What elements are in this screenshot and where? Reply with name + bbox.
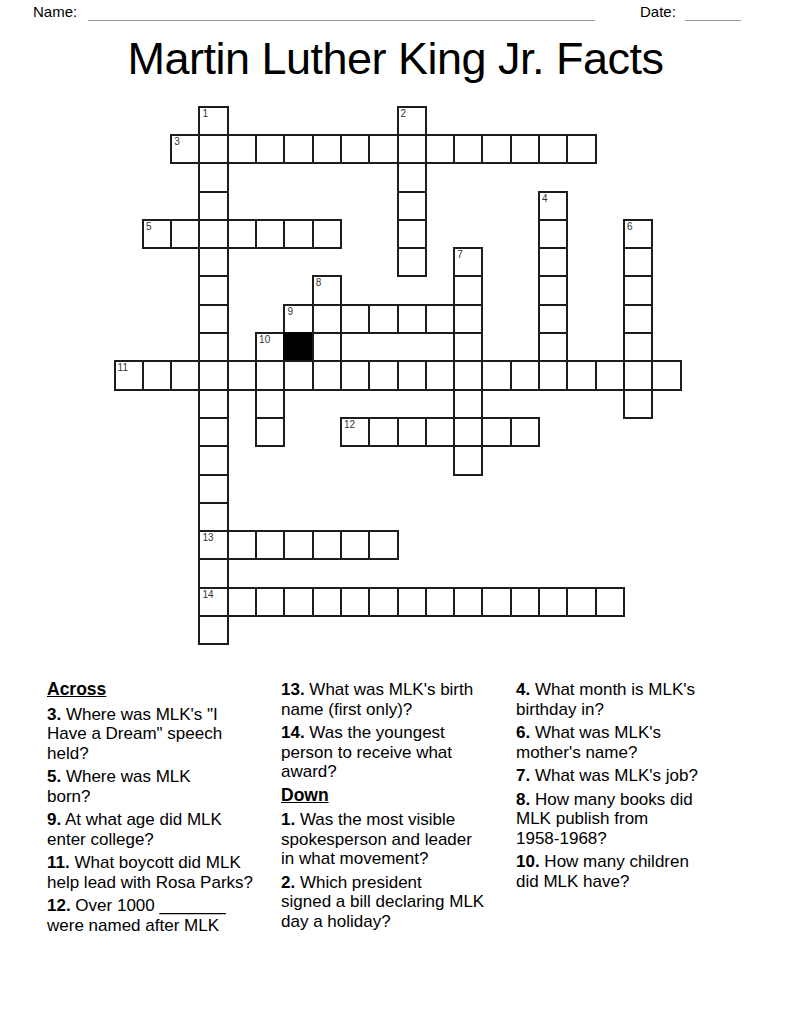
clue-10: 10. How many children did MLK have? — [516, 852, 748, 891]
grid-cell[interactable] — [255, 219, 285, 249]
grid-cell[interactable] — [566, 134, 596, 164]
clue-8: 8. How many books did MLK publish from 1… — [516, 790, 748, 849]
grid-cell[interactable] — [255, 134, 285, 164]
clue-3-number: 3. — [47, 705, 61, 724]
clue-12: 12. Over 1000 _______ were named after M… — [47, 896, 279, 935]
grid-cell[interactable] — [623, 304, 653, 334]
grid-cell[interactable] — [312, 360, 342, 390]
clue-4-number: 4. — [516, 680, 530, 699]
grid-cell[interactable] — [198, 275, 228, 305]
grid-cell[interactable] — [623, 360, 653, 390]
clue-7-number: 7. — [516, 766, 530, 785]
grid-cell[interactable] — [340, 530, 370, 560]
grid-cell[interactable] — [198, 162, 228, 192]
grid-cell[interactable] — [425, 134, 455, 164]
grid-cell[interactable] — [283, 587, 313, 617]
clue-5-number: 5. — [47, 767, 61, 786]
grid-cell[interactable] — [170, 360, 200, 390]
grid-cell[interactable] — [255, 360, 285, 390]
grid-cell[interactable] — [283, 219, 313, 249]
grid-cell[interactable] — [368, 530, 398, 560]
clue-8-number: 8. — [516, 790, 530, 809]
grid-cell[interactable] — [142, 360, 172, 390]
grid-cell[interactable] — [170, 219, 200, 249]
grid-cell[interactable] — [397, 360, 427, 390]
grid-cell[interactable] — [340, 304, 370, 334]
clue-12-number: 12. — [47, 896, 71, 915]
grid-cell[interactable] — [368, 304, 398, 334]
grid-cell[interactable] — [198, 389, 228, 419]
grid-cell[interactable]: 3 — [170, 134, 200, 164]
grid-cell[interactable] — [397, 162, 427, 192]
clue-number: 11 — [118, 362, 128, 373]
grid-cell[interactable] — [397, 247, 427, 277]
grid-cell[interactable] — [481, 587, 511, 617]
grid-cell[interactable] — [283, 134, 313, 164]
grid-cell[interactable] — [623, 332, 653, 362]
grid-cell[interactable] — [198, 134, 228, 164]
grid-cell[interactable] — [397, 219, 427, 249]
clue-number: 2 — [401, 108, 407, 119]
grid-cell[interactable]: 8 — [312, 275, 342, 305]
clue-number: 9 — [287, 306, 293, 317]
grid-cell[interactable] — [255, 389, 285, 419]
grid-cell[interactable] — [510, 587, 540, 617]
grid-cell[interactable] — [425, 304, 455, 334]
grid-cell[interactable] — [538, 360, 568, 390]
across-header: Across — [47, 680, 279, 700]
grid-cell[interactable] — [198, 304, 228, 334]
grid-cell[interactable] — [538, 247, 568, 277]
grid-cell[interactable] — [227, 587, 257, 617]
grid-cell[interactable] — [397, 134, 427, 164]
grid-cell[interactable] — [198, 360, 228, 390]
grid-cell[interactable] — [255, 587, 285, 617]
grid-cell[interactable]: 7 — [453, 247, 483, 277]
grid-cell[interactable] — [397, 304, 427, 334]
clue-10-number: 10. — [516, 852, 540, 871]
grid-cell[interactable] — [453, 417, 483, 447]
grid-cell[interactable] — [198, 332, 228, 362]
grid-cell[interactable]: 4 — [538, 191, 568, 221]
clue-number: 12 — [344, 419, 355, 430]
grid-cell[interactable] — [340, 134, 370, 164]
grid-cell[interactable]: 2 — [397, 106, 427, 136]
clue-4: 4. What month is MLK's birthday in? — [516, 680, 748, 719]
grid-cell[interactable]: 6 — [623, 219, 653, 249]
grid-cell[interactable] — [425, 417, 455, 447]
grid-cell[interactable] — [481, 134, 511, 164]
crossword-grid: 1234567891011121314 — [114, 106, 682, 646]
grid-cell[interactable] — [397, 417, 427, 447]
grid-cell[interactable] — [198, 247, 228, 277]
grid-cell[interactable] — [453, 445, 483, 475]
clue-number: 7 — [457, 249, 463, 260]
grid-cell[interactable] — [312, 587, 342, 617]
grid-cell[interactable] — [453, 587, 483, 617]
grid-cell[interactable] — [595, 587, 625, 617]
grid-cell[interactable] — [623, 389, 653, 419]
grid-cell[interactable] — [227, 134, 257, 164]
grid-cell[interactable] — [538, 304, 568, 334]
grid-cell[interactable] — [453, 332, 483, 362]
page-title: Martin Luther King Jr. Facts — [0, 33, 791, 85]
grid-cell[interactable] — [340, 360, 370, 390]
down-header: Down — [281, 786, 513, 806]
name-label: Name: — [33, 3, 77, 20]
clue-number: 8 — [316, 277, 322, 288]
grid-cell[interactable]: 10 — [255, 332, 285, 362]
grid-cell[interactable] — [312, 134, 342, 164]
grid-cell[interactable] — [538, 587, 568, 617]
grid-cell[interactable] — [538, 134, 568, 164]
grid-cell[interactable] — [481, 360, 511, 390]
grid-cell[interactable] — [623, 247, 653, 277]
grid-cell[interactable] — [425, 360, 455, 390]
clue-column-3: 4. What month is MLK's birthday in?6. Wh… — [516, 680, 748, 895]
grid-cell[interactable] — [283, 530, 313, 560]
grid-cell[interactable] — [312, 530, 342, 560]
grid-cell[interactable]: 12 — [340, 417, 370, 447]
grid-cell[interactable] — [453, 134, 483, 164]
grid-cell[interactable] — [566, 360, 596, 390]
grid-cell[interactable] — [566, 587, 596, 617]
grid-cell[interactable] — [623, 275, 653, 305]
clue-11-number: 11. — [47, 853, 70, 872]
grid-cell[interactable] — [510, 134, 540, 164]
grid-cell[interactable]: 5 — [142, 219, 172, 249]
grid-cell[interactable] — [227, 219, 257, 249]
grid-cell[interactable] — [198, 502, 228, 532]
grid-cell[interactable] — [425, 587, 455, 617]
clue-14: 14. Was the youngest person to receive w… — [281, 723, 513, 782]
grid-cell[interactable] — [312, 219, 342, 249]
clue-column-2: 13. What was MLK's birth name (first onl… — [281, 680, 513, 935]
grid-cell[interactable] — [538, 219, 568, 249]
clue-1-number: 1. — [281, 810, 295, 829]
grid-cell[interactable] — [198, 558, 228, 588]
grid-cell[interactable] — [340, 587, 370, 617]
clue-number: 1 — [202, 108, 208, 119]
grid-cell[interactable] — [453, 389, 483, 419]
grid-cell[interactable] — [227, 360, 257, 390]
grid-cell[interactable] — [397, 587, 427, 617]
grid-cell[interactable] — [312, 332, 342, 362]
grid-cell[interactable] — [255, 417, 285, 447]
clue-2-number: 2. — [281, 873, 295, 892]
clue-number: 4 — [542, 193, 548, 204]
grid-cell[interactable] — [368, 417, 398, 447]
grid-cell[interactable] — [312, 304, 342, 334]
grid-cell[interactable] — [538, 332, 568, 362]
clue-number: 13 — [202, 532, 213, 543]
clue-2: 2. Which president signed a bill declari… — [281, 873, 513, 932]
date-label: Date: — [640, 3, 676, 20]
grid-cell[interactable] — [198, 191, 228, 221]
grid-cell[interactable] — [255, 530, 285, 560]
grid-cell[interactable] — [198, 417, 228, 447]
grid-cell[interactable] — [510, 417, 540, 447]
grid-cell[interactable] — [397, 191, 427, 221]
grid-cell[interactable] — [283, 360, 313, 390]
grid-cell[interactable] — [368, 360, 398, 390]
grid-cell[interactable] — [227, 530, 257, 560]
grid-cell[interactable]: 11 — [114, 360, 144, 390]
clue-5: 5. Where was MLK born? — [47, 767, 279, 806]
clue-number: 6 — [627, 221, 633, 232]
clue-number: 3 — [174, 136, 180, 147]
clue-11: 11. What boycott did MLK help lead with … — [47, 853, 279, 892]
clue-13-number: 13. — [281, 680, 305, 699]
clue-9-number: 9. — [47, 810, 61, 829]
grid-cell[interactable] — [651, 360, 681, 390]
grid-cell[interactable] — [198, 615, 228, 645]
clue-6: 6. What was MLK's mother's name? — [516, 723, 748, 762]
date-line — [685, 20, 741, 21]
clue-3: 3. Where was MLK's "I Have a Dream" spee… — [47, 705, 279, 764]
clue-9: 9. At what age did MLK enter college? — [47, 810, 279, 849]
clue-1: 1. Was the most visible spokesperson and… — [281, 810, 513, 869]
clue-number: 5 — [146, 221, 152, 232]
name-line — [88, 20, 595, 21]
grid-cell[interactable] — [198, 219, 228, 249]
grid-cell[interactable]: 1 — [198, 106, 228, 136]
grid-cell[interactable] — [481, 417, 511, 447]
grid-cell[interactable] — [595, 360, 625, 390]
grid-cell[interactable]: 13 — [198, 530, 228, 560]
grid-cell[interactable] — [510, 360, 540, 390]
clue-13: 13. What was MLK's birth name (first onl… — [281, 680, 513, 719]
grid-cell[interactable] — [453, 275, 483, 305]
grid-cell[interactable] — [453, 360, 483, 390]
grid-cell[interactable] — [368, 134, 398, 164]
clue-column-1: Across3. Where was MLK's "I Have a Dream… — [47, 680, 279, 939]
grid-cell[interactable] — [368, 587, 398, 617]
grid-cell[interactable]: 9 — [283, 304, 313, 334]
clue-number: 14 — [202, 589, 213, 600]
grid-cell[interactable] — [198, 474, 228, 504]
clue-7: 7. What was MLK's job? — [516, 766, 748, 786]
clue-number: 10 — [259, 334, 270, 345]
black-cell — [283, 332, 313, 362]
grid-cell[interactable] — [538, 275, 568, 305]
grid-cell[interactable] — [453, 304, 483, 334]
clue-14-number: 14. — [281, 723, 305, 742]
grid-cell[interactable]: 14 — [198, 587, 228, 617]
clue-6-number: 6. — [516, 723, 530, 742]
merged-cell-band[interactable] — [340, 332, 455, 362]
grid-cell[interactable] — [198, 445, 228, 475]
